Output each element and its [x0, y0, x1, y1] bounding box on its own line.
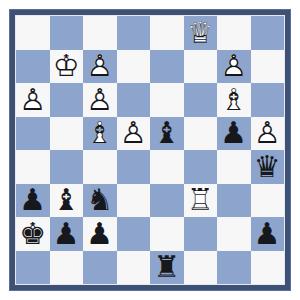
square-f6[interactable] — [184, 83, 218, 117]
piece-outline-glyph: ♙ — [251, 117, 285, 151]
square-b2[interactable]: ♟ — [50, 217, 84, 251]
piece-outline-glyph: ♙ — [16, 83, 50, 117]
black-bishop-icon[interactable]: ♝ — [150, 117, 184, 151]
square-b5[interactable] — [50, 117, 84, 151]
white-bishop-icon[interactable]: ♝♗ — [83, 117, 117, 151]
square-b7[interactable]: ♚♔ — [50, 50, 84, 84]
square-f7[interactable] — [184, 50, 218, 84]
black-pawn-icon[interactable]: ♟ — [217, 117, 251, 151]
square-a8[interactable] — [16, 16, 50, 50]
board-frame: ♛♕♚♔♟♙♟♙♟♙♟♙♝♗♝♗♟♙♝♟♟♙♛♟♝♞♜♖♚♟♟♟♜ — [9, 9, 291, 291]
square-b8[interactable] — [50, 16, 84, 50]
chess-diagram: ♛♕♚♔♟♙♟♙♟♙♟♙♝♗♝♗♟♙♝♟♟♙♛♟♝♞♜♖♚♟♟♟♜ — [0, 0, 300, 300]
piece-fill-glyph: ♝ — [50, 184, 84, 218]
square-a7[interactable] — [16, 50, 50, 84]
square-h3[interactable] — [251, 184, 285, 218]
piece-outline-glyph: ♖ — [184, 184, 218, 218]
square-d5[interactable]: ♟♙ — [117, 117, 151, 151]
square-e8[interactable] — [150, 16, 184, 50]
square-a5[interactable] — [16, 117, 50, 151]
square-c4[interactable] — [83, 150, 117, 184]
chess-board: ♛♕♚♔♟♙♟♙♟♙♟♙♝♗♝♗♟♙♝♟♟♙♛♟♝♞♜♖♚♟♟♟♜ — [16, 16, 284, 284]
board-inner-line: ♛♕♚♔♟♙♟♙♟♙♟♙♝♗♝♗♟♙♝♟♟♙♛♟♝♞♜♖♚♟♟♟♜ — [15, 15, 285, 285]
piece-fill-glyph: ♛ — [251, 150, 285, 184]
square-b4[interactable] — [50, 150, 84, 184]
piece-outline-glyph: ♗ — [217, 83, 251, 117]
piece-outline-glyph: ♙ — [83, 50, 117, 84]
piece-outline-glyph: ♔ — [50, 50, 84, 84]
square-b3[interactable]: ♝ — [50, 184, 84, 218]
square-a2[interactable]: ♚ — [16, 217, 50, 251]
square-g4[interactable] — [217, 150, 251, 184]
square-d6[interactable] — [117, 83, 151, 117]
square-c1[interactable] — [83, 251, 117, 285]
square-d2[interactable] — [117, 217, 151, 251]
square-f1[interactable] — [184, 251, 218, 285]
square-g3[interactable] — [217, 184, 251, 218]
square-e1[interactable]: ♜ — [150, 251, 184, 285]
square-d7[interactable] — [117, 50, 151, 84]
piece-fill-glyph: ♚ — [16, 217, 50, 251]
piece-fill-glyph: ♟ — [16, 184, 50, 218]
white-pawn-icon[interactable]: ♟♙ — [83, 50, 117, 84]
white-king-icon[interactable]: ♚♔ — [50, 50, 84, 84]
square-d3[interactable] — [117, 184, 151, 218]
square-a6[interactable]: ♟♙ — [16, 83, 50, 117]
piece-fill-glyph: ♟ — [83, 217, 117, 251]
square-h1[interactable] — [251, 251, 285, 285]
piece-fill-glyph: ♟ — [251, 217, 285, 251]
square-f4[interactable] — [184, 150, 218, 184]
square-f3[interactable]: ♜♖ — [184, 184, 218, 218]
white-pawn-icon[interactable]: ♟♙ — [217, 50, 251, 84]
square-f2[interactable] — [184, 217, 218, 251]
piece-fill-glyph: ♝ — [150, 117, 184, 151]
square-c6[interactable]: ♟♙ — [83, 83, 117, 117]
black-pawn-icon[interactable]: ♟ — [251, 217, 285, 251]
square-e2[interactable] — [150, 217, 184, 251]
black-king-icon[interactable]: ♚ — [16, 217, 50, 251]
piece-fill-glyph: ♞ — [83, 184, 117, 218]
square-g8[interactable] — [217, 16, 251, 50]
square-h2[interactable]: ♟ — [251, 217, 285, 251]
square-f5[interactable] — [184, 117, 218, 151]
white-bishop-icon[interactable]: ♝♗ — [217, 83, 251, 117]
square-c3[interactable]: ♞ — [83, 184, 117, 218]
square-b6[interactable] — [50, 83, 84, 117]
square-g6[interactable]: ♝♗ — [217, 83, 251, 117]
square-b1[interactable] — [50, 251, 84, 285]
square-h5[interactable]: ♟♙ — [251, 117, 285, 151]
piece-fill-glyph: ♟ — [50, 217, 84, 251]
white-pawn-icon[interactable]: ♟♙ — [117, 117, 151, 151]
square-d1[interactable] — [117, 251, 151, 285]
square-h7[interactable] — [251, 50, 285, 84]
white-pawn-icon[interactable]: ♟♙ — [16, 83, 50, 117]
piece-fill-glyph: ♜ — [150, 251, 184, 285]
square-g5[interactable]: ♟ — [217, 117, 251, 151]
black-pawn-icon[interactable]: ♟ — [16, 184, 50, 218]
square-a3[interactable]: ♟ — [16, 184, 50, 218]
square-e7[interactable] — [150, 50, 184, 84]
white-rook-icon[interactable]: ♜♖ — [184, 184, 218, 218]
square-d4[interactable] — [117, 150, 151, 184]
square-c2[interactable]: ♟ — [83, 217, 117, 251]
square-d8[interactable] — [117, 16, 151, 50]
piece-outline-glyph: ♙ — [83, 83, 117, 117]
white-pawn-icon[interactable]: ♟♙ — [83, 83, 117, 117]
black-knight-icon[interactable]: ♞ — [83, 184, 117, 218]
piece-outline-glyph: ♕ — [184, 16, 218, 50]
black-pawn-icon[interactable]: ♟ — [83, 217, 117, 251]
square-g2[interactable] — [217, 217, 251, 251]
square-e4[interactable] — [150, 150, 184, 184]
square-c5[interactable]: ♝♗ — [83, 117, 117, 151]
square-e3[interactable] — [150, 184, 184, 218]
square-c7[interactable]: ♟♙ — [83, 50, 117, 84]
black-rook-icon[interactable]: ♜ — [150, 251, 184, 285]
white-pawn-icon[interactable]: ♟♙ — [251, 117, 285, 151]
piece-outline-glyph: ♗ — [83, 117, 117, 151]
square-f8[interactable]: ♛♕ — [184, 16, 218, 50]
square-g1[interactable] — [217, 251, 251, 285]
piece-outline-glyph: ♙ — [217, 50, 251, 84]
square-a1[interactable] — [16, 251, 50, 285]
black-bishop-icon[interactable]: ♝ — [50, 184, 84, 218]
square-a4[interactable] — [16, 150, 50, 184]
square-c8[interactable] — [83, 16, 117, 50]
black-queen-icon[interactable]: ♛ — [251, 150, 285, 184]
piece-outline-glyph: ♙ — [117, 117, 151, 151]
square-h6[interactable] — [251, 83, 285, 117]
piece-fill-glyph: ♟ — [217, 117, 251, 151]
square-g7[interactable]: ♟♙ — [217, 50, 251, 84]
square-e6[interactable] — [150, 83, 184, 117]
black-pawn-icon[interactable]: ♟ — [50, 217, 84, 251]
square-h8[interactable] — [251, 16, 285, 50]
square-h4[interactable]: ♛ — [251, 150, 285, 184]
square-e5[interactable]: ♝ — [150, 117, 184, 151]
white-queen-icon[interactable]: ♛♕ — [184, 16, 218, 50]
